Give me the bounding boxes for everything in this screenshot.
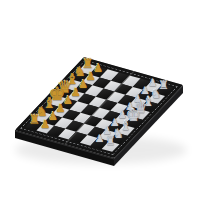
chess-set-product-photo: ♜♞♝♛♚♝♞♜♟♟♟♟♟♟♟♟♟♟♟♟♟♟♟♟♜♞♝♛♚♝♞♜ <box>0 0 200 200</box>
